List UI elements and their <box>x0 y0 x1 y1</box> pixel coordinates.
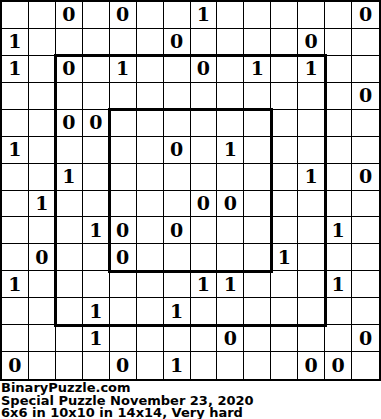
cell-r9c10[interactable] <box>244 217 271 244</box>
cell-r13c5[interactable] <box>110 325 137 352</box>
cell-r13c3[interactable] <box>56 325 83 352</box>
cell-r6c11[interactable] <box>271 137 298 164</box>
cell-r10c6[interactable] <box>137 244 164 271</box>
cell-r12c9[interactable] <box>217 298 244 325</box>
cell-r2c12: 0 <box>298 29 325 56</box>
cell-r3c9[interactable] <box>217 56 244 83</box>
cell-r1c2[interactable] <box>29 2 56 29</box>
cell-r5c12[interactable] <box>298 110 325 137</box>
cell-r9c3[interactable] <box>56 217 83 244</box>
cell-r13c6[interactable] <box>137 325 164 352</box>
cell-r11c8: 1 <box>191 271 218 298</box>
cell-r6c5[interactable] <box>110 137 137 164</box>
cell-r9c8[interactable] <box>191 217 218 244</box>
cell-r5c7[interactable] <box>164 110 191 137</box>
cell-r10c7[interactable] <box>164 244 191 271</box>
cell-r9c9[interactable] <box>217 217 244 244</box>
cell-r4c2[interactable] <box>29 83 56 110</box>
cell-r14c4[interactable] <box>83 352 110 379</box>
cell-r10c3[interactable] <box>56 244 83 271</box>
cell-r10c14[interactable] <box>352 244 379 271</box>
cell-r1c6[interactable] <box>137 2 164 29</box>
cell-r2c13[interactable] <box>325 29 352 56</box>
cell-r9c1[interactable] <box>2 217 29 244</box>
cell-r14c5: 0 <box>110 352 137 379</box>
cell-r7c7[interactable] <box>164 164 191 191</box>
cell-r8c14[interactable] <box>352 191 379 218</box>
cell-r7c9[interactable] <box>217 164 244 191</box>
binary-puzzle-page: 0010100101011000101110100100100111111110… <box>0 0 381 419</box>
cell-r2c1: 1 <box>2 29 29 56</box>
cell-r12c12[interactable] <box>298 298 325 325</box>
cell-r11c7[interactable] <box>164 271 191 298</box>
cell-r4c6[interactable] <box>137 83 164 110</box>
cell-r2c5[interactable] <box>110 29 137 56</box>
cell-r8c3[interactable] <box>56 191 83 218</box>
cell-r13c14: 0 <box>352 325 379 352</box>
cell-r6c2[interactable] <box>29 137 56 164</box>
cell-r5c11[interactable] <box>271 110 298 137</box>
cell-r4c12[interactable] <box>298 83 325 110</box>
cell-r2c9[interactable] <box>217 29 244 56</box>
cell-r5c9[interactable] <box>217 110 244 137</box>
cell-r3c10: 1 <box>244 56 271 83</box>
cell-r4c9[interactable] <box>217 83 244 110</box>
cell-r5c14[interactable] <box>352 110 379 137</box>
cell-r1c4[interactable] <box>83 2 110 29</box>
cell-r13c2[interactable] <box>29 325 56 352</box>
cell-r7c3: 1 <box>56 164 83 191</box>
cell-r7c13[interactable] <box>325 164 352 191</box>
cell-r5c1[interactable] <box>2 110 29 137</box>
cell-r1c1[interactable] <box>2 2 29 29</box>
cell-r14c6[interactable] <box>137 352 164 379</box>
cell-r14c1: 0 <box>2 352 29 379</box>
cell-r9c7: 0 <box>164 217 191 244</box>
cell-r4c8[interactable] <box>191 83 218 110</box>
cell-r11c3[interactable] <box>56 271 83 298</box>
cell-r4c3[interactable] <box>56 83 83 110</box>
cell-r4c14: 0 <box>352 83 379 110</box>
cell-r2c4[interactable] <box>83 29 110 56</box>
cell-r14c2[interactable] <box>29 352 56 379</box>
cell-r4c4[interactable] <box>83 83 110 110</box>
cell-r11c2[interactable] <box>29 271 56 298</box>
cell-r3c8: 0 <box>191 56 218 83</box>
cell-r5c3: 0 <box>56 110 83 137</box>
cell-r3c3: 0 <box>56 56 83 83</box>
cell-r7c8[interactable] <box>191 164 218 191</box>
cell-r3c13[interactable] <box>325 56 352 83</box>
cell-r1c5: 0 <box>110 2 137 29</box>
cell-r2c11[interactable] <box>271 29 298 56</box>
cell-r11c13: 1 <box>325 271 352 298</box>
cell-r3c5: 1 <box>110 56 137 83</box>
cell-r11c9: 1 <box>217 271 244 298</box>
cell-r8c5[interactable] <box>110 191 137 218</box>
cell-r4c13[interactable] <box>325 83 352 110</box>
cell-r13c13[interactable] <box>325 325 352 352</box>
cell-r14c13: 0 <box>325 352 352 379</box>
cell-r13c12[interactable] <box>298 325 325 352</box>
cell-r9c5: 0 <box>110 217 137 244</box>
cell-r9c14[interactable] <box>352 217 379 244</box>
cell-r10c13[interactable] <box>325 244 352 271</box>
cell-r5c13[interactable] <box>325 110 352 137</box>
cell-r10c5: 0 <box>110 244 137 271</box>
cell-r4c11[interactable] <box>271 83 298 110</box>
cell-r6c7: 0 <box>164 137 191 164</box>
cell-r13c11[interactable] <box>271 325 298 352</box>
cell-r14c7: 1 <box>164 352 191 379</box>
cell-r7c10[interactable] <box>244 164 271 191</box>
cell-r13c1[interactable] <box>2 325 29 352</box>
cell-r1c3: 0 <box>56 2 83 29</box>
cell-r3c6[interactable] <box>137 56 164 83</box>
cell-r7c2[interactable] <box>29 164 56 191</box>
cell-r2c3[interactable] <box>56 29 83 56</box>
cell-r4c1[interactable] <box>2 83 29 110</box>
puzzle-board: 0010100101011000101110100100100111111110… <box>0 0 381 381</box>
cell-r14c12: 0 <box>298 352 325 379</box>
cell-r12c5[interactable] <box>110 298 137 325</box>
cell-r11c5[interactable] <box>110 271 137 298</box>
cell-r2c7: 0 <box>164 29 191 56</box>
cell-r9c12[interactable] <box>298 217 325 244</box>
cell-r14c3[interactable] <box>56 352 83 379</box>
cell-r14c10[interactable] <box>244 352 271 379</box>
cell-r1c7[interactable] <box>164 2 191 29</box>
cell-r5c6[interactable] <box>137 110 164 137</box>
cell-r8c13[interactable] <box>325 191 352 218</box>
cell-r7c1[interactable] <box>2 164 29 191</box>
cell-r10c12[interactable] <box>298 244 325 271</box>
puzzle-size-caption: 6x6 in 10x10 in 14x14, Very hard <box>1 407 381 419</box>
cell-r5c2[interactable] <box>29 110 56 137</box>
cell-r8c2: 1 <box>29 191 56 218</box>
cell-r1c14: 0 <box>352 2 379 29</box>
cell-r12c10[interactable] <box>244 298 271 325</box>
cell-r2c2[interactable] <box>29 29 56 56</box>
cell-r12c8[interactable] <box>191 298 218 325</box>
cell-r8c4[interactable] <box>83 191 110 218</box>
cell-r12c11[interactable] <box>271 298 298 325</box>
cell-r8c11[interactable] <box>271 191 298 218</box>
cell-r1c12[interactable] <box>298 2 325 29</box>
cell-r6c6[interactable] <box>137 137 164 164</box>
cell-r3c1: 1 <box>2 56 29 83</box>
cell-r9c2[interactable] <box>29 217 56 244</box>
cell-r7c4[interactable] <box>83 164 110 191</box>
cell-r8c7[interactable] <box>164 191 191 218</box>
cell-r10c2: 0 <box>29 244 56 271</box>
cell-r12c4: 1 <box>83 298 110 325</box>
cell-r8c1[interactable] <box>2 191 29 218</box>
cell-r11c11[interactable] <box>271 271 298 298</box>
cell-r7c6[interactable] <box>137 164 164 191</box>
cell-r1c9[interactable] <box>217 2 244 29</box>
cell-r11c1: 1 <box>2 271 29 298</box>
cell-r1c10[interactable] <box>244 2 271 29</box>
cell-r7c5[interactable] <box>110 164 137 191</box>
cell-r13c4: 1 <box>83 325 110 352</box>
cell-r2c10[interactable] <box>244 29 271 56</box>
cell-r10c8[interactable] <box>191 244 218 271</box>
cell-r3c7[interactable] <box>164 56 191 83</box>
cell-r10c4[interactable] <box>83 244 110 271</box>
cell-r8c9: 0 <box>217 191 244 218</box>
cell-r12c2[interactable] <box>29 298 56 325</box>
cell-r4c10[interactable] <box>244 83 271 110</box>
cell-r6c10[interactable] <box>244 137 271 164</box>
cell-r7c12: 1 <box>298 164 325 191</box>
cell-r6c4[interactable] <box>83 137 110 164</box>
cell-r7c11[interactable] <box>271 164 298 191</box>
cell-r11c10[interactable] <box>244 271 271 298</box>
cell-r14c14[interactable] <box>352 352 379 379</box>
cell-r5c10[interactable] <box>244 110 271 137</box>
cell-r12c7: 1 <box>164 298 191 325</box>
cell-r13c8[interactable] <box>191 325 218 352</box>
cell-r14c11[interactable] <box>271 352 298 379</box>
cell-r8c8: 0 <box>191 191 218 218</box>
cell-r12c1[interactable] <box>2 298 29 325</box>
cell-r6c9: 1 <box>217 137 244 164</box>
cell-r4c7[interactable] <box>164 83 191 110</box>
cell-r8c6[interactable] <box>137 191 164 218</box>
cell-r9c11[interactable] <box>271 217 298 244</box>
cell-r12c14[interactable] <box>352 298 379 325</box>
cell-r3c2[interactable] <box>29 56 56 83</box>
cell-r7c14: 0 <box>352 164 379 191</box>
cell-r3c12: 1 <box>298 56 325 83</box>
cell-r9c6[interactable] <box>137 217 164 244</box>
cell-r10c11: 1 <box>271 244 298 271</box>
cell-r10c10[interactable] <box>244 244 271 271</box>
cell-r13c10[interactable] <box>244 325 271 352</box>
cell-r6c12[interactable] <box>298 137 325 164</box>
cell-r12c3[interactable] <box>56 298 83 325</box>
cell-r6c14[interactable] <box>352 137 379 164</box>
cell-r1c13[interactable] <box>325 2 352 29</box>
cell-r5c5[interactable] <box>110 110 137 137</box>
cell-r11c12[interactable] <box>298 271 325 298</box>
cell-r3c14[interactable] <box>352 56 379 83</box>
cell-r3c4[interactable] <box>83 56 110 83</box>
cell-r6c13[interactable] <box>325 137 352 164</box>
cell-r14c8[interactable] <box>191 352 218 379</box>
cell-r5c4: 0 <box>83 110 110 137</box>
cell-r12c13[interactable] <box>325 298 352 325</box>
cell-r5c8[interactable] <box>191 110 218 137</box>
cell-r2c8[interactable] <box>191 29 218 56</box>
caption: BinaryPuzzle.com Special Puzzle November… <box>0 382 381 419</box>
cell-r10c9[interactable] <box>217 244 244 271</box>
cell-r6c8[interactable] <box>191 137 218 164</box>
cell-r8c12[interactable] <box>298 191 325 218</box>
cell-r13c7[interactable] <box>164 325 191 352</box>
cell-r14c9[interactable] <box>217 352 244 379</box>
cell-r1c8: 1 <box>191 2 218 29</box>
cell-r12c6[interactable] <box>137 298 164 325</box>
cell-r13c9: 0 <box>217 325 244 352</box>
cell-r10c1[interactable] <box>2 244 29 271</box>
cell-r6c3[interactable] <box>56 137 83 164</box>
cell-r3c11[interactable] <box>271 56 298 83</box>
cell-r11c14[interactable] <box>352 271 379 298</box>
cell-r8c10[interactable] <box>244 191 271 218</box>
cell-r11c6[interactable] <box>137 271 164 298</box>
cell-r2c6[interactable] <box>137 29 164 56</box>
cell-r11c4[interactable] <box>83 271 110 298</box>
cell-r9c13: 1 <box>325 217 352 244</box>
cell-r2c14[interactable] <box>352 29 379 56</box>
cell-r1c11[interactable] <box>271 2 298 29</box>
cell-r4c5[interactable] <box>110 83 137 110</box>
cell-r6c1: 1 <box>2 137 29 164</box>
cell-r9c4: 1 <box>83 217 110 244</box>
